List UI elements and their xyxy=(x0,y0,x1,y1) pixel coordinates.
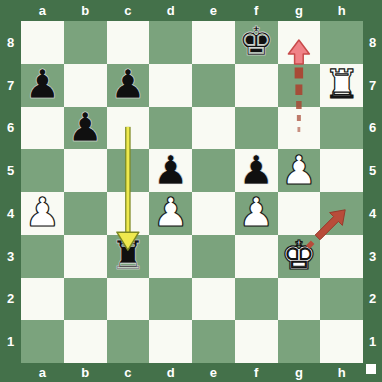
square-f3[interactable] xyxy=(235,235,278,278)
square-g7[interactable] xyxy=(278,64,321,107)
square-b3[interactable] xyxy=(64,235,107,278)
rank-label-left-3: 3 xyxy=(0,235,21,278)
square-f6[interactable] xyxy=(235,107,278,150)
square-e8[interactable] xyxy=(192,21,235,64)
square-g8[interactable] xyxy=(278,21,321,64)
square-a6[interactable] xyxy=(21,107,64,150)
rank-label-left-8: 8 xyxy=(0,21,21,64)
file-label-top-a: a xyxy=(21,0,64,21)
rank-label-right-5: 5 xyxy=(363,149,382,192)
square-h5[interactable] xyxy=(320,149,363,192)
square-f1[interactable] xyxy=(235,320,278,363)
white-pawn-a4[interactable]: ♟ xyxy=(21,191,64,234)
white-rook-h7[interactable]: ♜ xyxy=(320,63,363,106)
square-a8[interactable] xyxy=(21,21,64,64)
rank-label-right-4: 4 xyxy=(363,192,382,235)
square-b8[interactable] xyxy=(64,21,107,64)
square-c8[interactable] xyxy=(107,21,150,64)
square-d1[interactable] xyxy=(149,320,192,363)
square-d6[interactable] xyxy=(149,107,192,150)
square-a1[interactable] xyxy=(21,320,64,363)
file-label-top-c: c xyxy=(107,0,150,21)
black-pawn-f5[interactable]: ♟ xyxy=(235,148,278,191)
square-d7[interactable] xyxy=(149,64,192,107)
rank-label-right-3: 3 xyxy=(363,235,382,278)
file-label-bottom-h: h xyxy=(320,363,363,382)
black-pawn-b6[interactable]: ♟ xyxy=(64,106,107,149)
square-e4[interactable] xyxy=(192,192,235,235)
rank-label-left-7: 7 xyxy=(0,64,21,107)
rank-label-right-6: 6 xyxy=(363,107,382,150)
file-label-bottom-a: a xyxy=(21,363,64,382)
square-c5[interactable] xyxy=(107,149,150,192)
square-e2[interactable] xyxy=(192,278,235,321)
square-a3[interactable] xyxy=(21,235,64,278)
file-label-top-f: f xyxy=(235,0,278,21)
black-king-f8[interactable]: ♚ xyxy=(235,20,278,63)
square-e5[interactable] xyxy=(192,149,235,192)
square-h6[interactable] xyxy=(320,107,363,150)
file-label-top-g: g xyxy=(278,0,321,21)
black-pawn-c7[interactable]: ♟ xyxy=(107,63,150,106)
side-to-move-indicator xyxy=(366,364,376,374)
rank-label-right-2: 2 xyxy=(363,278,382,321)
square-f2[interactable] xyxy=(235,278,278,321)
square-g6[interactable] xyxy=(278,107,321,150)
square-d8[interactable] xyxy=(149,21,192,64)
black-pawn-a7[interactable]: ♟ xyxy=(21,63,64,106)
chess-board: ♚♟♟♜♟♟♟♟♟♟♟♜♚ xyxy=(21,21,363,363)
file-label-bottom-f: f xyxy=(235,363,278,382)
black-rook-c3[interactable]: ♜ xyxy=(107,234,150,277)
square-g4[interactable] xyxy=(278,192,321,235)
square-b2[interactable] xyxy=(64,278,107,321)
rank-label-left-2: 2 xyxy=(0,278,21,321)
square-b1[interactable] xyxy=(64,320,107,363)
chessboard-frame: ♚♟♟♜♟♟♟♟♟♟♟♜♚ aabbccddeeffgghh8877665544… xyxy=(0,0,382,382)
square-b4[interactable] xyxy=(64,192,107,235)
rank-label-left-6: 6 xyxy=(0,107,21,150)
file-label-bottom-c: c xyxy=(107,363,150,382)
rank-label-right-7: 7 xyxy=(363,64,382,107)
square-g2[interactable] xyxy=(278,278,321,321)
rank-label-right-8: 8 xyxy=(363,21,382,64)
rank-label-left-5: 5 xyxy=(0,149,21,192)
square-c2[interactable] xyxy=(107,278,150,321)
rank-label-left-1: 1 xyxy=(0,320,21,363)
square-a5[interactable] xyxy=(21,149,64,192)
square-e7[interactable] xyxy=(192,64,235,107)
square-f7[interactable] xyxy=(235,64,278,107)
square-d2[interactable] xyxy=(149,278,192,321)
file-label-top-b: b xyxy=(64,0,107,21)
white-pawn-f4[interactable]: ♟ xyxy=(235,191,278,234)
rank-label-right-1: 1 xyxy=(363,320,382,363)
square-d3[interactable] xyxy=(149,235,192,278)
file-label-top-d: d xyxy=(149,0,192,21)
square-e3[interactable] xyxy=(192,235,235,278)
rank-label-left-4: 4 xyxy=(0,192,21,235)
square-g1[interactable] xyxy=(278,320,321,363)
square-e6[interactable] xyxy=(192,107,235,150)
file-label-top-h: h xyxy=(320,0,363,21)
square-b7[interactable] xyxy=(64,64,107,107)
square-c1[interactable] xyxy=(107,320,150,363)
black-pawn-d5[interactable]: ♟ xyxy=(149,148,192,191)
square-e1[interactable] xyxy=(192,320,235,363)
file-label-bottom-b: b xyxy=(64,363,107,382)
square-a2[interactable] xyxy=(21,278,64,321)
square-c6[interactable] xyxy=(107,107,150,150)
file-label-bottom-e: e xyxy=(192,363,235,382)
square-h8[interactable] xyxy=(320,21,363,64)
square-h2[interactable] xyxy=(320,278,363,321)
square-b5[interactable] xyxy=(64,149,107,192)
white-king-g3[interactable]: ♚ xyxy=(278,234,321,277)
file-label-top-e: e xyxy=(192,0,235,21)
white-pawn-g5[interactable]: ♟ xyxy=(278,148,321,191)
square-c4[interactable] xyxy=(107,192,150,235)
square-h4[interactable] xyxy=(320,192,363,235)
file-label-bottom-g: g xyxy=(278,363,321,382)
square-h3[interactable] xyxy=(320,235,363,278)
white-pawn-d4[interactable]: ♟ xyxy=(149,191,192,234)
file-label-bottom-d: d xyxy=(149,363,192,382)
square-h1[interactable] xyxy=(320,320,363,363)
